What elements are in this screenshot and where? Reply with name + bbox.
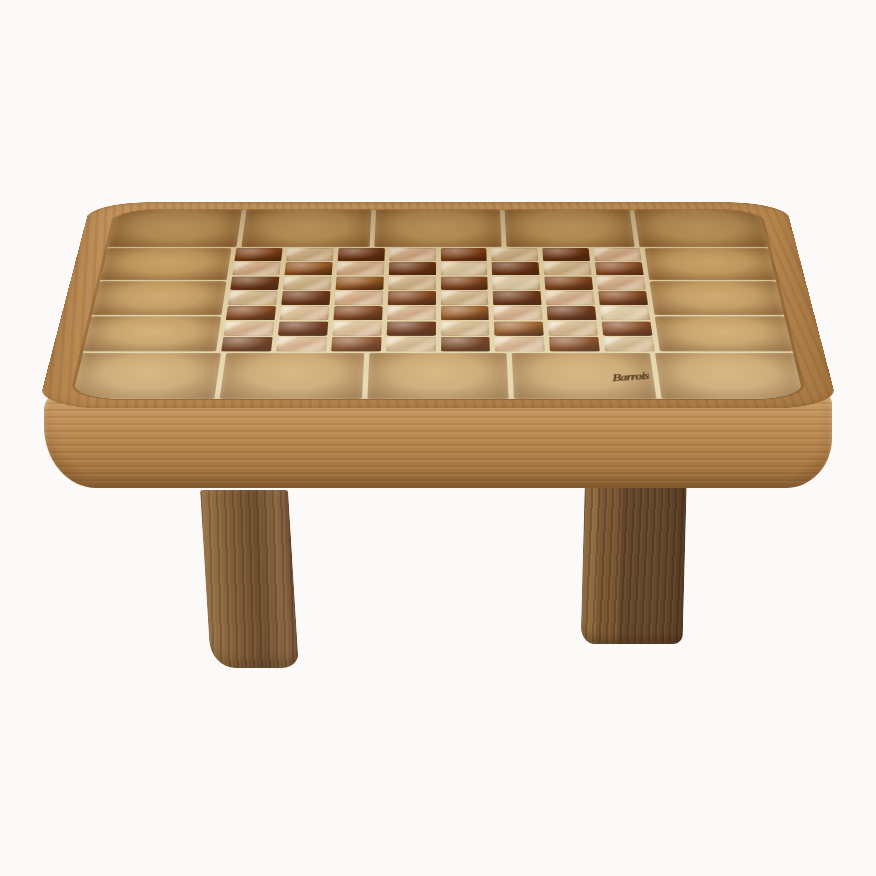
border-tile: [374, 210, 502, 247]
board-square: [491, 248, 538, 261]
board-square: [286, 248, 334, 261]
border-tile: [72, 353, 221, 399]
board-square: [441, 306, 490, 320]
border-tile: [100, 248, 231, 280]
board-square: [388, 277, 436, 290]
board-square: [597, 277, 646, 290]
border-tile: [645, 248, 776, 280]
board-square: [284, 262, 332, 275]
border-tiles-left: [83, 248, 231, 351]
board-square: [542, 248, 590, 261]
border-tiles-top: [108, 210, 768, 247]
border-tile: [219, 353, 363, 399]
board-square: [441, 337, 491, 351]
board-square: [335, 277, 383, 290]
border-tile: [83, 316, 221, 351]
board-square: [440, 291, 488, 305]
board-square: [600, 306, 650, 320]
board-square: [283, 277, 332, 290]
board-square: [494, 321, 544, 335]
board-square: [598, 291, 648, 305]
board-square: [333, 306, 382, 320]
board-square: [278, 321, 328, 335]
table-leg-right: [581, 474, 687, 644]
border-tiles-right: [645, 248, 793, 351]
board-square: [336, 262, 384, 275]
board-square: [493, 277, 541, 290]
board-square: [228, 291, 278, 305]
border-tile: [367, 353, 509, 399]
tabletop-oak-rim: [37, 202, 838, 408]
border-tile: [650, 281, 785, 314]
board-square: [224, 321, 275, 335]
board-square: [549, 337, 600, 351]
board-square: [495, 337, 545, 351]
border-tile: [108, 210, 242, 247]
board-square: [337, 248, 384, 261]
board-square: [604, 337, 655, 351]
board-square: [332, 321, 382, 335]
board-square: [279, 306, 329, 320]
board-square: [387, 291, 435, 305]
board-square: [594, 248, 642, 261]
board-square: [493, 291, 542, 305]
border-tile: [241, 210, 371, 247]
board-square: [440, 262, 487, 275]
board-square: [281, 291, 330, 305]
board-square: [544, 262, 592, 275]
board-square: [388, 262, 435, 275]
board-square: [230, 277, 279, 290]
table-leg-left: [200, 490, 299, 668]
border-tile: [505, 210, 635, 247]
board-square: [389, 248, 436, 261]
border-tile: [92, 281, 227, 314]
board-square: [331, 337, 381, 351]
board-square: [602, 321, 653, 335]
board-square: [547, 306, 597, 320]
board-square: [334, 291, 383, 305]
board-square: [440, 277, 488, 290]
board-square: [545, 277, 594, 290]
board-square: [494, 306, 543, 320]
board-square: [276, 337, 327, 351]
board-square: [226, 306, 276, 320]
board-square: [441, 321, 490, 335]
checkerboard: [221, 248, 655, 351]
board-square: [492, 262, 540, 275]
board-square: [387, 306, 436, 320]
board-square: [234, 248, 282, 261]
board-square: [440, 248, 487, 261]
board-square: [386, 337, 436, 351]
product-photo-tile-checkerboard-table: Barrois: [0, 0, 876, 876]
board-square: [546, 291, 595, 305]
board-square: [232, 262, 281, 275]
border-tile: [634, 210, 768, 247]
board-square: [595, 262, 644, 275]
board-square: [221, 337, 272, 351]
board-square: [548, 321, 598, 335]
board-square: [386, 321, 435, 335]
border-tile: [655, 316, 793, 351]
